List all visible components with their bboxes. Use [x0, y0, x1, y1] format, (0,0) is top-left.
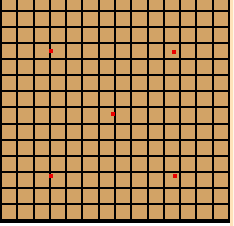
board-cell[interactable]: [197, 92, 211, 106]
board-cell[interactable]: [18, 157, 32, 171]
board-cell[interactable]: [214, 141, 228, 155]
board-cell[interactable]: [149, 108, 163, 122]
board-cell[interactable]: [100, 60, 114, 74]
board-cell[interactable]: [181, 173, 195, 187]
board-cell[interactable]: [149, 205, 163, 219]
board-cell[interactable]: [100, 92, 114, 106]
board-cell[interactable]: [35, 157, 49, 171]
board-cell[interactable]: [116, 12, 130, 26]
board-cell[interactable]: [100, 12, 114, 26]
board-cell[interactable]: [197, 60, 211, 74]
board-cell[interactable]: [165, 0, 179, 10]
board-cell[interactable]: [149, 92, 163, 106]
board-cell[interactable]: [181, 205, 195, 219]
board-cell[interactable]: [149, 173, 163, 187]
board-cell[interactable]: [149, 0, 163, 10]
board-cell[interactable]: [2, 157, 16, 171]
board-cell[interactable]: [18, 44, 32, 58]
board-cell[interactable]: [149, 157, 163, 171]
board-cell[interactable]: [214, 205, 228, 219]
board-cell[interactable]: [83, 173, 97, 187]
board-cell[interactable]: [165, 28, 179, 42]
board-cell[interactable]: [132, 76, 146, 90]
board-cell[interactable]: [67, 173, 81, 187]
board-cell[interactable]: [116, 141, 130, 155]
board-cell[interactable]: [197, 28, 211, 42]
board-cell[interactable]: [214, 0, 228, 10]
board-cell[interactable]: [181, 0, 195, 10]
board-cell[interactable]: [51, 173, 65, 187]
board-cell[interactable]: [214, 125, 228, 139]
board-cell[interactable]: [67, 12, 81, 26]
board-cell[interactable]: [149, 28, 163, 42]
board-cell[interactable]: [132, 205, 146, 219]
board-cell[interactable]: [18, 189, 32, 203]
board-cell[interactable]: [83, 125, 97, 139]
board-cell[interactable]: [67, 108, 81, 122]
board-cell[interactable]: [165, 44, 179, 58]
board-cell[interactable]: [51, 76, 65, 90]
board-cell[interactable]: [67, 125, 81, 139]
board-cell[interactable]: [116, 76, 130, 90]
board-cell[interactable]: [165, 205, 179, 219]
board-cell[interactable]: [132, 157, 146, 171]
board-cell[interactable]: [116, 0, 130, 10]
board-cell[interactable]: [2, 0, 16, 10]
board-cell[interactable]: [165, 141, 179, 155]
board-cell[interactable]: [214, 60, 228, 74]
board-cell[interactable]: [51, 108, 65, 122]
board-cell[interactable]: [100, 205, 114, 219]
board-cell[interactable]: [197, 141, 211, 155]
board-cell[interactable]: [35, 76, 49, 90]
board-cell[interactable]: [165, 157, 179, 171]
goban-grid[interactable]: [0, 0, 230, 223]
board-cell[interactable]: [35, 189, 49, 203]
board-cell[interactable]: [35, 205, 49, 219]
board-cell[interactable]: [132, 44, 146, 58]
board-cell[interactable]: [2, 92, 16, 106]
board-cell[interactable]: [18, 173, 32, 187]
board-cell[interactable]: [197, 205, 211, 219]
board-cell[interactable]: [100, 157, 114, 171]
page-margin-bottom: [0, 223, 230, 226]
board-cell[interactable]: [197, 76, 211, 90]
board-cell[interactable]: [132, 28, 146, 42]
board-cell[interactable]: [181, 92, 195, 106]
board-cell[interactable]: [18, 141, 32, 155]
board-cell[interactable]: [67, 157, 81, 171]
board-cell[interactable]: [132, 60, 146, 74]
board-cell[interactable]: [214, 157, 228, 171]
board-cell[interactable]: [35, 141, 49, 155]
board-cell[interactable]: [214, 108, 228, 122]
board-cell[interactable]: [51, 44, 65, 58]
board-cell[interactable]: [214, 189, 228, 203]
board-cell[interactable]: [214, 92, 228, 106]
board-cell[interactable]: [83, 12, 97, 26]
board-cell[interactable]: [18, 108, 32, 122]
board-cell[interactable]: [100, 28, 114, 42]
board-cell[interactable]: [51, 189, 65, 203]
board-cell[interactable]: [100, 173, 114, 187]
board-cell[interactable]: [132, 0, 146, 10]
board-cell[interactable]: [165, 125, 179, 139]
board-cell[interactable]: [18, 60, 32, 74]
board-cell[interactable]: [2, 125, 16, 139]
board-cell[interactable]: [100, 141, 114, 155]
board-cell[interactable]: [116, 28, 130, 42]
board-cell[interactable]: [165, 12, 179, 26]
board-cell[interactable]: [197, 189, 211, 203]
board-cell[interactable]: [181, 141, 195, 155]
board-cell[interactable]: [149, 141, 163, 155]
board-cell[interactable]: [197, 173, 211, 187]
board-cell[interactable]: [165, 108, 179, 122]
board-cell[interactable]: [181, 76, 195, 90]
board-cell[interactable]: [18, 76, 32, 90]
board-cell[interactable]: [132, 12, 146, 26]
board-cell[interactable]: [83, 60, 97, 74]
board-cell[interactable]: [83, 157, 97, 171]
board-cell[interactable]: [100, 44, 114, 58]
board-cell[interactable]: [197, 125, 211, 139]
board-cell[interactable]: [116, 92, 130, 106]
board-cell[interactable]: [149, 125, 163, 139]
board-cell[interactable]: [149, 76, 163, 90]
board-cell[interactable]: [2, 141, 16, 155]
board-cell[interactable]: [2, 12, 16, 26]
board-cell[interactable]: [197, 108, 211, 122]
board-cell[interactable]: [67, 44, 81, 58]
board-cell[interactable]: [181, 28, 195, 42]
board-cell[interactable]: [51, 0, 65, 10]
board-cell[interactable]: [214, 28, 228, 42]
board-cell[interactable]: [35, 60, 49, 74]
board-cell[interactable]: [2, 60, 16, 74]
board-cell[interactable]: [116, 60, 130, 74]
board-cell[interactable]: [51, 60, 65, 74]
board-cell[interactable]: [18, 205, 32, 219]
board-cell[interactable]: [116, 108, 130, 122]
board-cell[interactable]: [35, 173, 49, 187]
board-cell[interactable]: [116, 205, 130, 219]
board-cell[interactable]: [100, 76, 114, 90]
board-cell[interactable]: [51, 92, 65, 106]
board-cell[interactable]: [181, 157, 195, 171]
board-cell[interactable]: [116, 189, 130, 203]
board-cell[interactable]: [67, 76, 81, 90]
board-cell[interactable]: [83, 189, 97, 203]
board-cell[interactable]: [132, 125, 146, 139]
board-cell[interactable]: [51, 205, 65, 219]
board-cell[interactable]: [51, 141, 65, 155]
board-cell[interactable]: [35, 0, 49, 10]
board-cell[interactable]: [35, 44, 49, 58]
board-cell[interactable]: [181, 60, 195, 74]
board-cell[interactable]: [100, 0, 114, 10]
board-cell[interactable]: [18, 125, 32, 139]
board-cell[interactable]: [2, 44, 16, 58]
board-cell[interactable]: [181, 189, 195, 203]
board-cell[interactable]: [165, 76, 179, 90]
board-cell[interactable]: [83, 92, 97, 106]
board-cell[interactable]: [67, 28, 81, 42]
board-cell[interactable]: [100, 189, 114, 203]
board-cell[interactable]: [18, 12, 32, 26]
board-cell[interactable]: [83, 108, 97, 122]
board-cell[interactable]: [35, 125, 49, 139]
board-cell[interactable]: [83, 76, 97, 90]
board-cell[interactable]: [116, 44, 130, 58]
board-cell[interactable]: [18, 92, 32, 106]
board-cell[interactable]: [214, 12, 228, 26]
board-cell[interactable]: [116, 173, 130, 187]
board-cell[interactable]: [149, 44, 163, 58]
board-cell[interactable]: [165, 92, 179, 106]
board-cell[interactable]: [2, 173, 16, 187]
board-cell[interactable]: [132, 189, 146, 203]
board-cell[interactable]: [149, 189, 163, 203]
board-cell[interactable]: [100, 108, 114, 122]
page-margin-right-edge: [233, 0, 234, 226]
board-cell[interactable]: [67, 60, 81, 74]
board-cell[interactable]: [149, 60, 163, 74]
board-cell[interactable]: [181, 44, 195, 58]
board-cell[interactable]: [83, 141, 97, 155]
board-cell[interactable]: [67, 92, 81, 106]
board-cell[interactable]: [83, 28, 97, 42]
board-cell[interactable]: [214, 76, 228, 90]
board-cell[interactable]: [214, 44, 228, 58]
board-cell[interactable]: [132, 141, 146, 155]
board-cell[interactable]: [83, 44, 97, 58]
board-cell[interactable]: [149, 12, 163, 26]
board-cell[interactable]: [83, 205, 97, 219]
board-cell[interactable]: [181, 125, 195, 139]
board-cell[interactable]: [67, 189, 81, 203]
board-cell[interactable]: [214, 173, 228, 187]
board-cell[interactable]: [165, 173, 179, 187]
board-cell[interactable]: [67, 141, 81, 155]
board-cell[interactable]: [35, 28, 49, 42]
board-cell[interactable]: [18, 28, 32, 42]
board-cell[interactable]: [2, 189, 16, 203]
board-cell[interactable]: [2, 205, 16, 219]
board-cell[interactable]: [100, 125, 114, 139]
board-cell[interactable]: [51, 12, 65, 26]
board-cell[interactable]: [197, 44, 211, 58]
board-cell[interactable]: [181, 108, 195, 122]
board-cell[interactable]: [165, 60, 179, 74]
gomoku-board-screenshot: [0, 0, 234, 226]
board-cell[interactable]: [2, 76, 16, 90]
board-cell[interactable]: [132, 173, 146, 187]
board-cell[interactable]: [51, 28, 65, 42]
board-cell[interactable]: [181, 12, 195, 26]
board-cell[interactable]: [132, 108, 146, 122]
board-cell[interactable]: [35, 108, 49, 122]
board-cell[interactable]: [116, 157, 130, 171]
board-cell[interactable]: [35, 92, 49, 106]
board-cell[interactable]: [197, 0, 211, 10]
board-cell[interactable]: [116, 125, 130, 139]
board-cell[interactable]: [2, 108, 16, 122]
board-cell[interactable]: [67, 0, 81, 10]
board-cell[interactable]: [197, 157, 211, 171]
board-cell[interactable]: [18, 0, 32, 10]
board-cell[interactable]: [165, 189, 179, 203]
board-cell[interactable]: [51, 125, 65, 139]
board-cell[interactable]: [2, 28, 16, 42]
board-cell[interactable]: [35, 12, 49, 26]
board-cell[interactable]: [197, 12, 211, 26]
board-cell[interactable]: [83, 0, 97, 10]
board-cell[interactable]: [67, 205, 81, 219]
board-cell[interactable]: [132, 92, 146, 106]
board-cell[interactable]: [51, 157, 65, 171]
